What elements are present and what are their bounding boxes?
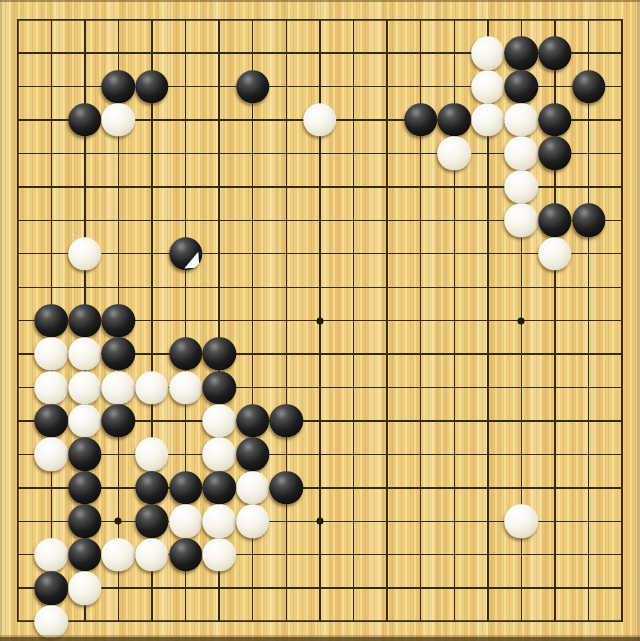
black-stone: [538, 137, 571, 170]
black-stone: [68, 304, 101, 337]
white-stone: [102, 371, 135, 404]
black-stone: [505, 36, 538, 69]
last-move-marker-icon: [169, 237, 202, 270]
black-stone: [68, 103, 101, 136]
black-stone: [270, 404, 303, 437]
white-stone: [135, 438, 168, 471]
black-stone: [572, 204, 605, 237]
white-stone: [68, 237, 101, 270]
black-stone: [438, 103, 471, 136]
black-stone: [169, 337, 202, 370]
black-stone: [68, 438, 101, 471]
white-stone: [35, 605, 68, 638]
stones-layer: [0, 0, 640, 641]
black-stone: [135, 471, 168, 504]
black-stone: [236, 70, 269, 103]
white-stone: [236, 471, 269, 504]
white-stone: [438, 137, 471, 170]
white-stone: [202, 538, 235, 571]
white-stone: [68, 371, 101, 404]
black-stone: [102, 337, 135, 370]
white-stone: [169, 505, 202, 538]
white-stone: [505, 137, 538, 170]
star-point: [115, 518, 122, 525]
black-stone-last-move: [169, 237, 202, 270]
black-stone: [505, 70, 538, 103]
white-stone: [202, 438, 235, 471]
black-stone: [538, 204, 571, 237]
white-stone: [538, 237, 571, 270]
white-stone: [505, 170, 538, 203]
black-stone: [102, 304, 135, 337]
black-stone: [270, 471, 303, 504]
black-stone: [169, 471, 202, 504]
black-stone: [202, 471, 235, 504]
black-stone: [404, 103, 437, 136]
white-stone: [303, 103, 336, 136]
white-stone: [102, 103, 135, 136]
black-stone: [135, 505, 168, 538]
black-stone: [68, 471, 101, 504]
go-board[interactable]: [0, 0, 640, 641]
star-point: [518, 317, 525, 324]
star-point: [316, 518, 323, 525]
white-stone: [202, 505, 235, 538]
black-stone: [35, 404, 68, 437]
black-stone: [538, 36, 571, 69]
white-stone: [471, 103, 504, 136]
white-stone: [35, 438, 68, 471]
black-stone: [35, 304, 68, 337]
star-point: [316, 317, 323, 324]
white-stone: [35, 538, 68, 571]
black-stone: [202, 337, 235, 370]
white-stone: [35, 371, 68, 404]
black-stone: [68, 538, 101, 571]
white-stone: [135, 538, 168, 571]
black-stone: [236, 438, 269, 471]
white-stone: [68, 404, 101, 437]
white-stone: [505, 505, 538, 538]
white-stone: [505, 204, 538, 237]
white-stone: [102, 538, 135, 571]
black-stone: [102, 404, 135, 437]
black-stone: [102, 70, 135, 103]
black-stone: [35, 571, 68, 604]
white-stone: [505, 103, 538, 136]
black-stone: [169, 538, 202, 571]
black-stone: [572, 70, 605, 103]
white-stone: [202, 404, 235, 437]
white-stone: [68, 337, 101, 370]
black-stone: [202, 371, 235, 404]
black-stone: [68, 505, 101, 538]
black-stone: [538, 103, 571, 136]
white-stone: [169, 371, 202, 404]
white-stone: [35, 337, 68, 370]
white-stone: [471, 70, 504, 103]
black-stone: [135, 70, 168, 103]
white-stone: [236, 505, 269, 538]
black-stone: [236, 404, 269, 437]
white-stone: [68, 571, 101, 604]
white-stone: [471, 36, 504, 69]
white-stone: [135, 371, 168, 404]
